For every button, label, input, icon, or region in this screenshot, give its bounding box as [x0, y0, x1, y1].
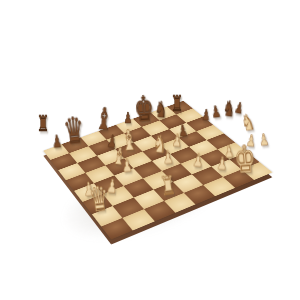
black-bishop-d8[interactable]: ♝	[95, 104, 114, 135]
white-pawn-f5[interactable]: ♟	[172, 132, 182, 149]
white-queen-b2[interactable]: ♛	[88, 181, 111, 217]
product-photo-stage: ♜♟♛♝♟♟♚♞♜♟♟♝♝♟♞♟♟♟♟♟♟♟♛♜♚♟♞♟♞♟♟	[0, 0, 300, 300]
black-rook-h8[interactable]: ♜	[171, 93, 183, 115]
black-pawn-a7[interactable]: ♟	[52, 133, 63, 151]
white-king-g1[interactable]: ♚	[233, 140, 257, 179]
black-knight-g8[interactable]: ♞	[154, 99, 168, 122]
white-pawn-e4[interactable]: ♟	[162, 148, 174, 167]
black-queen-b7[interactable]: ♛	[62, 112, 86, 150]
black-rook-a8[interactable]: ♜	[37, 113, 49, 135]
black-pawn-h6[interactable]: ♟	[201, 108, 210, 124]
white-pawn-g2[interactable]: ♟	[216, 154, 227, 173]
white-pawn-c4[interactable]: ♟	[121, 156, 132, 175]
white-pawn-f3[interactable]: ♟	[192, 151, 204, 170]
black-king-f8[interactable]: ♚	[133, 91, 155, 127]
white-pawn-captured[interactable]: ♟	[259, 132, 270, 149]
black-pawn-captured[interactable]: ♟	[210, 104, 221, 121]
